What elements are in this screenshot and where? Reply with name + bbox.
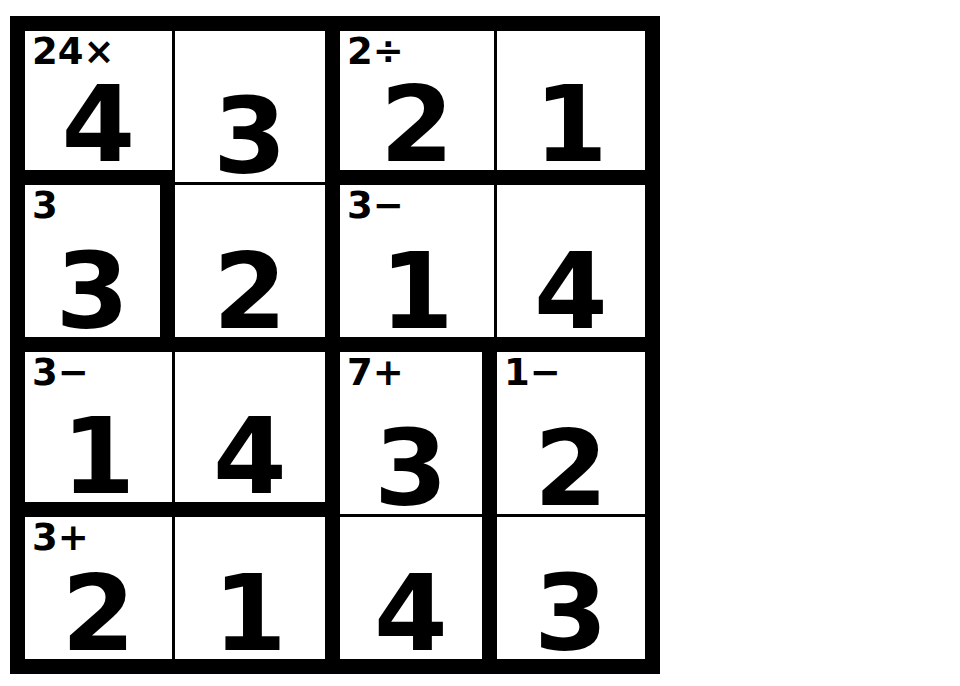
cell-digit: 2 <box>25 561 172 667</box>
cell-r0c1[interactable]: 3 <box>175 31 340 185</box>
cell-digit: 1 <box>25 404 172 510</box>
cell-r3c0[interactable]: 3+2 <box>25 517 175 659</box>
cell-digit: 4 <box>25 72 172 178</box>
cell-r0c2[interactable]: 2÷2 <box>340 31 497 185</box>
cell-r2c2[interactable]: 7+3 <box>340 352 497 517</box>
cell-r2c0[interactable]: 3−1 <box>25 352 175 517</box>
cell-digit: 1 <box>175 561 325 667</box>
cell-r0c3[interactable]: 1 <box>497 31 645 185</box>
cell-r3c2[interactable]: 4 <box>340 517 497 659</box>
cell-digit: 4 <box>175 404 325 510</box>
cell-r1c2[interactable]: 3−1 <box>340 185 497 352</box>
cell-r0c0[interactable]: 24×4 <box>25 31 175 185</box>
page: 24×432÷213323−143−147+31−23+2143 <box>0 0 960 686</box>
cell-digit: 3 <box>25 239 160 345</box>
cell-r1c0[interactable]: 33 <box>25 185 175 352</box>
cell-digit: 4 <box>497 239 645 345</box>
cell-digit: 2 <box>497 416 645 522</box>
cage-clue: 1− <box>504 353 561 394</box>
cell-r2c3[interactable]: 1−2 <box>497 352 645 517</box>
cell-r3c1[interactable]: 1 <box>175 517 340 659</box>
cage-clue: 7+ <box>347 353 404 394</box>
cell-digit: 2 <box>175 239 325 345</box>
cell-digit: 1 <box>340 239 494 345</box>
cell-digit: 3 <box>340 416 482 522</box>
cell-digit: 2 <box>340 72 494 178</box>
cell-r1c1[interactable]: 2 <box>175 185 340 352</box>
kenken-board: 24×432÷213323−143−147+31−23+2143 <box>10 16 660 674</box>
cage-clue: 3− <box>32 353 89 394</box>
cell-digit: 3 <box>497 561 645 667</box>
cell-digit: 3 <box>175 84 325 190</box>
cell-digit: 4 <box>340 561 482 667</box>
cell-r2c1[interactable]: 4 <box>175 352 340 517</box>
cage-clue: 3 <box>32 186 58 227</box>
cell-r3c3[interactable]: 3 <box>497 517 645 659</box>
cell-r1c3[interactable]: 4 <box>497 185 645 352</box>
cell-digit: 1 <box>497 72 645 178</box>
cage-clue: 3− <box>347 186 404 227</box>
